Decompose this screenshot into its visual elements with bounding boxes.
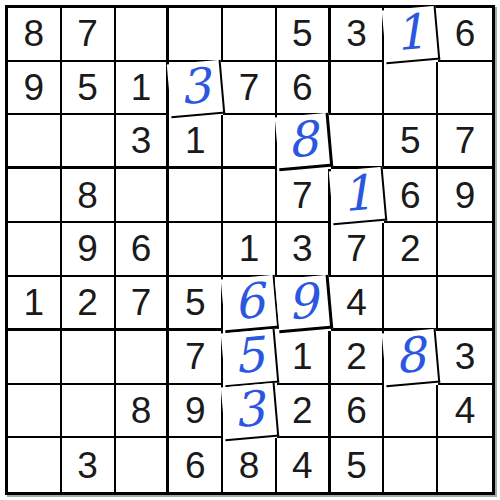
cell-r4c9[interactable]: 9 (438, 169, 492, 223)
cell-r8c3[interactable]: 8 (116, 385, 170, 439)
cell-r9c6[interactable]: 4 (277, 438, 331, 492)
cell-r8c1[interactable] (8, 385, 62, 439)
cell-r5c4[interactable] (169, 223, 223, 277)
cell-r9c7[interactable]: 5 (331, 438, 385, 492)
cell-r8c2[interactable] (62, 385, 116, 439)
cell-r6c2[interactable]: 2 (62, 277, 116, 331)
cell-r5c2[interactable]: 9 (62, 223, 116, 277)
cell-r6c4[interactable]: 5 (169, 277, 223, 331)
cell-r4c1[interactable] (8, 169, 62, 223)
cell-r3c3[interactable]: 3 (116, 115, 170, 169)
cell-r9c4[interactable]: 6 (169, 438, 223, 492)
cell-r7c5[interactable]: 5 (221, 329, 279, 387)
cell-r8c4[interactable]: 9 (169, 385, 223, 439)
cell-r2c9[interactable] (438, 62, 492, 116)
cell-r1c7[interactable]: 3 (331, 8, 385, 62)
cell-r4c5[interactable] (223, 169, 277, 223)
cell-r4c8[interactable]: 6 (384, 169, 438, 223)
cell-r1c3[interactable] (116, 8, 170, 62)
cell-r5c9[interactable] (438, 223, 492, 277)
cell-r7c6[interactable]: 1 (277, 331, 331, 385)
cell-r7c7[interactable]: 2 (331, 331, 385, 385)
cell-r3c9[interactable]: 7 (438, 115, 492, 169)
cell-r7c8[interactable]: 8 (382, 329, 440, 387)
cell-r1c1[interactable]: 8 (8, 8, 62, 62)
cell-r2c4[interactable]: 3 (167, 59, 225, 117)
cell-r5c1[interactable] (8, 223, 62, 277)
cell-r8c9[interactable]: 4 (438, 385, 492, 439)
cell-r5c6[interactable]: 3 (277, 223, 331, 277)
cell-r3c7[interactable] (331, 115, 385, 169)
cell-r5c5[interactable]: 1 (223, 223, 277, 277)
cell-r8c7[interactable]: 6 (331, 385, 385, 439)
cell-r2c1[interactable]: 9 (8, 62, 62, 116)
cell-r9c9[interactable] (438, 438, 492, 492)
cell-r6c9[interactable] (438, 277, 492, 331)
cell-r2c8[interactable] (384, 62, 438, 116)
cell-r2c5[interactable]: 7 (223, 62, 277, 116)
cell-r2c3[interactable]: 1 (116, 62, 170, 116)
cell-r7c2[interactable] (62, 331, 116, 385)
cell-r1c8[interactable]: 1 (382, 6, 440, 64)
cell-r1c6[interactable]: 5 (277, 8, 331, 62)
cell-r3c1[interactable] (8, 115, 62, 169)
cell-r7c9[interactable]: 3 (438, 331, 492, 385)
cell-r9c3[interactable] (116, 438, 170, 492)
cell-r4c7[interactable]: 1 (328, 167, 386, 225)
cell-r3c4[interactable]: 1 (169, 115, 223, 169)
cell-r5c3[interactable]: 6 (116, 223, 170, 277)
cell-r1c5[interactable] (223, 8, 277, 62)
cell-r2c2[interactable]: 5 (62, 62, 116, 116)
cell-r7c1[interactable] (8, 331, 62, 385)
cell-r9c8[interactable] (384, 438, 438, 492)
cell-r9c1[interactable] (8, 438, 62, 492)
cell-r9c5[interactable]: 8 (223, 438, 277, 492)
cell-r4c3[interactable] (116, 169, 170, 223)
cell-r6c7[interactable]: 4 (331, 277, 385, 331)
cell-r7c3[interactable] (116, 331, 170, 385)
cell-r8c8[interactable] (384, 385, 438, 439)
cell-r5c8[interactable]: 2 (384, 223, 438, 277)
sudoku-grid: 8753169513763185787169961372127569475128… (8, 8, 492, 492)
cell-r4c4[interactable] (169, 169, 223, 223)
cell-r9c2[interactable]: 3 (62, 438, 116, 492)
cell-r3c8[interactable]: 5 (384, 115, 438, 169)
cell-r6c8[interactable] (384, 277, 438, 331)
cell-r6c3[interactable]: 7 (116, 277, 170, 331)
cell-r4c6[interactable]: 7 (277, 169, 331, 223)
cell-r2c7[interactable] (331, 62, 385, 116)
cell-r8c5[interactable]: 3 (221, 382, 279, 440)
cell-r1c9[interactable]: 6 (438, 8, 492, 62)
cell-r3c6[interactable]: 8 (275, 113, 333, 171)
cell-r3c5[interactable] (223, 115, 277, 169)
cell-r1c2[interactable]: 7 (62, 8, 116, 62)
cell-r8c6[interactable]: 2 (277, 385, 331, 439)
cell-r3c2[interactable] (62, 115, 116, 169)
cell-r6c1[interactable]: 1 (8, 277, 62, 331)
cell-r6c5[interactable]: 6 (221, 275, 279, 333)
cell-r7c4[interactable]: 7 (169, 331, 223, 385)
cell-r1c4[interactable] (169, 8, 223, 62)
cell-r6c6[interactable]: 9 (275, 275, 333, 333)
cell-r5c7[interactable]: 7 (331, 223, 385, 277)
cell-r4c2[interactable]: 8 (62, 169, 116, 223)
sudoku-board: 8753169513763185787169961372127569475128… (5, 5, 495, 495)
cell-r2c6[interactable]: 6 (277, 62, 331, 116)
